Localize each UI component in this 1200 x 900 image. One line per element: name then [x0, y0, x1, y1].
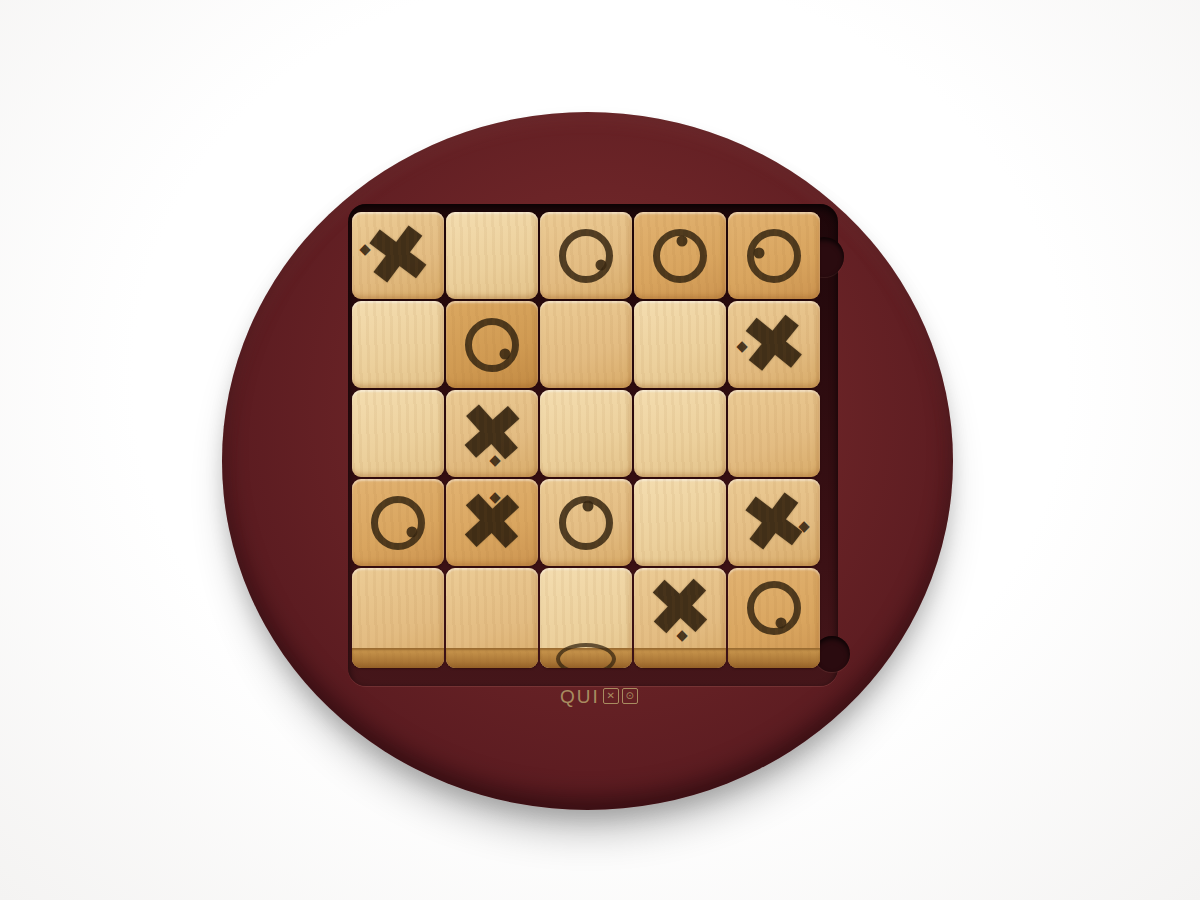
x-diamond-dot: ◆: [489, 452, 501, 467]
cube-top-face: ✖◆: [352, 212, 444, 299]
cube-top-face: ✖◆: [446, 390, 538, 477]
cube-top-face: [540, 212, 632, 299]
cube-r1c4-O[interactable]: [634, 212, 726, 299]
o-inner-dot: [583, 500, 594, 511]
cube-r4c3-O[interactable]: [540, 479, 632, 566]
cube-r4c1-O[interactable]: [352, 479, 444, 566]
cube-top-face: [352, 479, 444, 566]
cube-r1c5-O[interactable]: [728, 212, 820, 299]
photo-stage: ✖◆✖◆✖◆✖◆✖◆✖◆ QUI ✕ ⊙: [0, 0, 1200, 900]
o-inner-dot: [407, 526, 418, 537]
x-diamond-dot: ◆: [798, 518, 810, 533]
o-mark: [465, 318, 519, 372]
cube-r5c3-blank[interactable]: [540, 568, 632, 668]
cube-front-face: [728, 648, 820, 668]
cube-r4c2-X[interactable]: ✖◆: [446, 479, 538, 566]
cube-top-face: [634, 212, 726, 299]
cube-r3c3-blank[interactable]: [540, 390, 632, 477]
game-board: ✖◆✖◆✖◆✖◆✖◆✖◆ QUI ✕ ⊙: [222, 112, 953, 810]
o-mark: [747, 581, 801, 635]
logo-o-icon: ⊙: [622, 688, 638, 704]
o-inner-dot: [677, 235, 688, 246]
board-grid: ✖◆✖◆✖◆✖◆✖◆✖◆: [352, 212, 820, 668]
cube-top-face: [540, 301, 632, 388]
cube-front-face: [540, 648, 632, 668]
cube-r5c1-blank[interactable]: [352, 568, 444, 668]
cube-r2c2-O[interactable]: [446, 301, 538, 388]
cube-top-face: ✖◆: [634, 568, 726, 648]
quixo-logo: QUI ✕ ⊙: [560, 684, 670, 708]
cube-top-face: ✖◆: [728, 301, 820, 388]
cube-front-face: [446, 648, 538, 668]
logo-text: QUI: [560, 687, 600, 706]
cube-top-face: [446, 568, 538, 648]
cube-top-face: [352, 390, 444, 477]
cube-top-face: [446, 212, 538, 299]
cube-top-face: [634, 390, 726, 477]
x-diamond-dot: ◆: [359, 241, 371, 256]
cube-r2c3-blank[interactable]: [540, 301, 632, 388]
cube-top-face: [352, 301, 444, 388]
cube-r3c4-blank[interactable]: [634, 390, 726, 477]
logo-x-icon: ✕: [603, 688, 619, 704]
cube-top-face: [634, 301, 726, 388]
cube-r5c4-X[interactable]: ✖◆: [634, 568, 726, 668]
cube-r1c2-blank[interactable]: [446, 212, 538, 299]
o-inner-dot: [596, 259, 607, 270]
cube-r1c3-O[interactable]: [540, 212, 632, 299]
o-inner-dot: [500, 348, 511, 359]
cube-r3c2-X[interactable]: ✖◆: [446, 390, 538, 477]
cube-front-face: [352, 648, 444, 668]
cube-top-face: [540, 390, 632, 477]
cube-top-face: [540, 568, 632, 648]
cube-top-face: [728, 212, 820, 299]
x-diamond-dot: ◆: [736, 338, 748, 353]
cube-top-face: [540, 479, 632, 566]
o-mark: [559, 229, 613, 283]
cube-top-face: [728, 390, 820, 477]
cube-r3c1-blank[interactable]: [352, 390, 444, 477]
cube-r2c5-X[interactable]: ✖◆: [728, 301, 820, 388]
cube-front-face: [634, 648, 726, 668]
cube-r4c5-X[interactable]: ✖◆: [728, 479, 820, 566]
x-diamond-dot: ◆: [489, 489, 501, 504]
cube-r1c1-X[interactable]: ✖◆: [352, 212, 444, 299]
cube-top-face: [446, 301, 538, 388]
cube-r4c4-blank[interactable]: [634, 479, 726, 566]
cube-top-face: [728, 568, 820, 648]
cube-top-face: ✖◆: [728, 479, 820, 566]
o-inner-dot: [776, 618, 787, 629]
cube-r2c1-blank[interactable]: [352, 301, 444, 388]
cube-top-face: ✖◆: [446, 479, 538, 566]
cube-r2c4-blank[interactable]: [634, 301, 726, 388]
cube-top-face: [352, 568, 444, 648]
o-inner-dot: [754, 247, 765, 258]
cube-top-face: [634, 479, 726, 566]
cube-r3c5-blank[interactable]: [728, 390, 820, 477]
cube-r5c2-blank[interactable]: [446, 568, 538, 668]
partial-o-mark-front: [556, 643, 616, 668]
x-diamond-dot: ◆: [676, 628, 688, 643]
cube-r5c5-O[interactable]: [728, 568, 820, 668]
o-mark: [371, 496, 425, 550]
